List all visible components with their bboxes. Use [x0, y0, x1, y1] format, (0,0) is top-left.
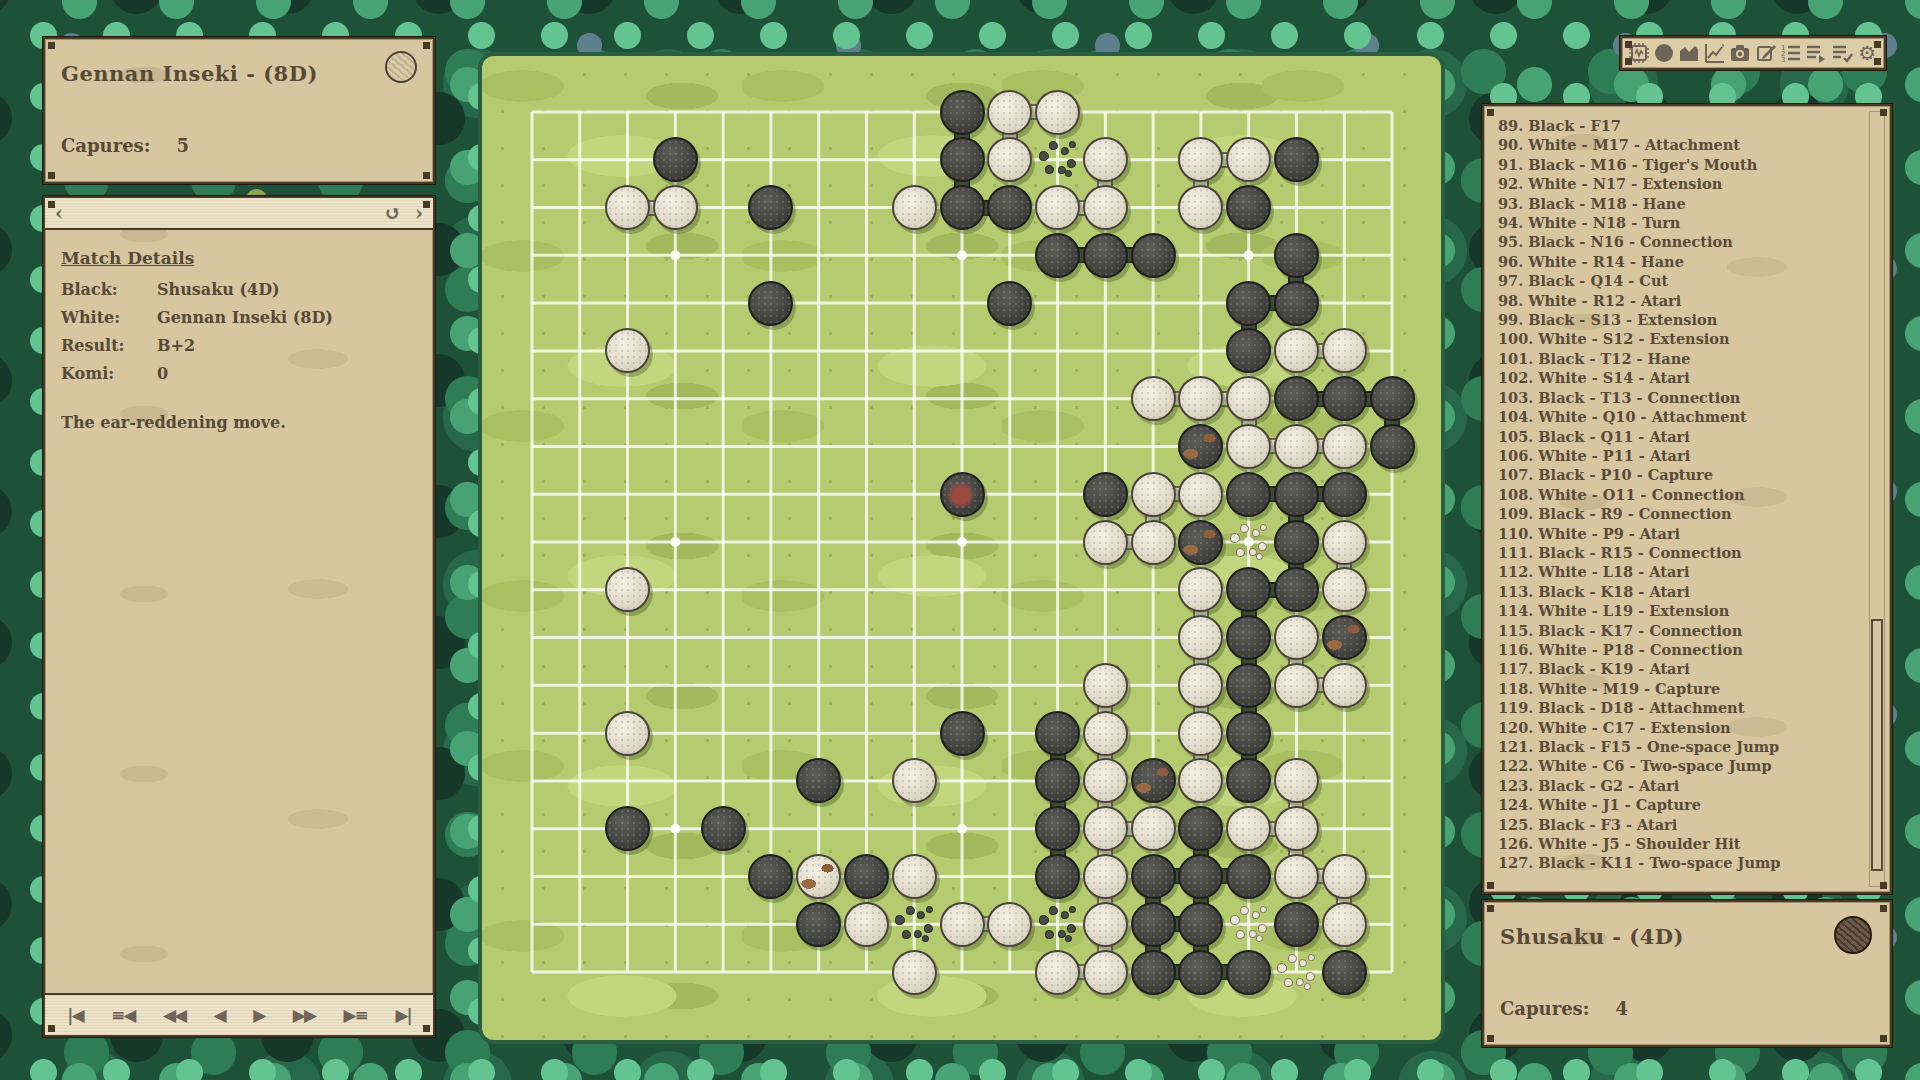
white-stone-P6 [1178, 711, 1223, 756]
white-stone-J3 [892, 854, 937, 899]
move-row[interactable]: 89. Black - F17 [1498, 116, 1856, 135]
panel-corner-mark [1880, 109, 1887, 116]
black-stone-P1 [1178, 950, 1223, 995]
star-point [957, 250, 967, 260]
black-player-panel: Shusaku - (4D) Capures:4 [1482, 900, 1892, 1047]
black-stone-R9 [1274, 567, 1319, 612]
panel-corner-mark [48, 42, 55, 49]
white-stone-N6 [1083, 711, 1128, 756]
black-stone-S13 [1322, 376, 1367, 421]
last-move-button[interactable]: ▶| [395, 1005, 410, 1025]
move-row[interactable]: 96. White - R14 - Hane [1498, 252, 1856, 271]
detail-value: 0 [157, 364, 168, 383]
move-list-panel: 89. Black - F1790. White - M17 - Attachm… [1482, 104, 1892, 894]
back-one-button[interactable]: ◀ [214, 1005, 225, 1025]
move-row[interactable]: 115. Black - K17 - Connection [1498, 621, 1856, 640]
white-stone-O11 [1131, 472, 1176, 517]
white-stone-S3 [1322, 854, 1367, 899]
black-stone-Q17 [1226, 185, 1271, 230]
atari-patch [1180, 426, 1221, 467]
detail-label: Result: [61, 336, 157, 355]
black-stone-P10 [1178, 520, 1223, 565]
black-stone-K19 [940, 90, 985, 135]
detail-value: Gennan Inseki (8D) [157, 308, 333, 327]
panel-corner-mark [423, 1025, 430, 1032]
white-stone-S9 [1322, 567, 1367, 612]
white-stone-K2 [940, 902, 985, 947]
black-stone-R13 [1274, 376, 1319, 421]
white-stone-O13 [1131, 376, 1176, 421]
black-stone-D18 [653, 137, 698, 182]
move-row[interactable]: 94. White - N18 - Turn [1498, 213, 1856, 232]
move-row[interactable]: 110. White - P9 - Atari [1498, 524, 1856, 543]
move-row[interactable]: 111. Black - R15 - Connection [1498, 543, 1856, 562]
move-row[interactable]: 121. Black - F15 - One-space Jump [1498, 737, 1856, 756]
move-row[interactable]: 101. Black - T12 - Hane [1498, 349, 1856, 368]
move-row[interactable]: 123. Black - G2 - Atari [1498, 776, 1856, 795]
black-captures-label: Capures: [1500, 998, 1589, 1019]
atari-patch [1180, 522, 1221, 563]
collapse-right-icon[interactable]: › [415, 203, 423, 223]
detail-label: Black: [61, 280, 157, 299]
panel-corner-mark [423, 172, 430, 179]
panel-corner-mark [48, 172, 55, 179]
match-detail-row: White:Gennan Inseki (8D) [61, 308, 417, 327]
black-stone-T12 [1370, 424, 1415, 469]
black-stone-P2 [1178, 902, 1223, 947]
panel-corner-mark [48, 1025, 55, 1032]
last-move-red-mark [942, 474, 983, 515]
move-row[interactable]: 119. Black - D18 - Attachment [1498, 698, 1856, 717]
move-list-icon[interactable] [1804, 41, 1828, 65]
white-captures-label: Capures: [61, 135, 150, 156]
white-stone-J1 [892, 950, 937, 995]
move-navigation-bar: |◀≡◀◀◀◀▶▶▶▶≡▶| [45, 993, 433, 1035]
move-row[interactable]: 99. Black - S13 - Extension [1498, 310, 1856, 329]
white-stone-L2 [987, 902, 1032, 947]
panel-corner-mark [48, 201, 55, 208]
white-stone-O10 [1131, 520, 1176, 565]
black-stone-M16 [1035, 233, 1080, 278]
move-row[interactable]: 91. Black - M16 - Tiger's Mouth [1498, 155, 1856, 174]
white-stone-N17 [1083, 185, 1128, 230]
black-stone-Q7 [1226, 663, 1271, 708]
white-stone-H2 [844, 902, 889, 947]
next-comment-button[interactable]: ▶≡ [344, 1005, 367, 1025]
area-chart-icon[interactable] [1677, 41, 1701, 65]
move-row[interactable]: 97. Black - Q14 - Cut [1498, 271, 1856, 290]
black-stone-S11 [1322, 472, 1367, 517]
atari-patch [798, 856, 839, 897]
black-stone-Q8 [1226, 615, 1271, 660]
move-row[interactable]: 92. White - N17 - Extension [1498, 174, 1856, 193]
white-captures-value: 5 [176, 135, 189, 156]
panel-corner-mark [1625, 58, 1632, 65]
go-game-app: Gennan Inseki - (8D) Capures:5 ‹ ↺ › Mat… [0, 0, 1920, 1080]
black-stone-R10 [1274, 520, 1319, 565]
black-captures: Capures:4 [1500, 998, 1628, 1019]
black-stone-G2 [796, 902, 841, 947]
black-stone-T13 [1370, 376, 1415, 421]
black-stone-N11 [1083, 472, 1128, 517]
white-stone-M19 [1035, 90, 1080, 135]
white-stone-J17 [892, 185, 937, 230]
move-row[interactable]: 112. White - L18 - Atari [1498, 562, 1856, 581]
panel-header-strip: ‹ ↺ › [45, 198, 433, 230]
black-stone-C4 [605, 806, 650, 851]
white-stone-R7 [1274, 663, 1319, 708]
move-row[interactable]: 126. White - J5 - Shoulder Hit [1498, 834, 1856, 853]
numbered-list-icon[interactable]: 123 [1779, 41, 1803, 65]
white-stone-N3 [1083, 854, 1128, 899]
black-stone-O3 [1131, 854, 1176, 899]
camera-icon[interactable] [1728, 41, 1752, 65]
white-stone-N4 [1083, 806, 1128, 851]
move-row[interactable]: 109. Black - R9 - Connection [1498, 504, 1856, 523]
stone-icon[interactable] [1652, 41, 1676, 65]
star-point [957, 537, 967, 547]
black-stone-R2 [1274, 902, 1319, 947]
black-stone-F15 [748, 281, 793, 326]
panel-corner-mark [1880, 905, 1887, 912]
move-row[interactable]: 103. Black - T13 - Connection [1498, 388, 1856, 407]
panel-corner-mark [1487, 882, 1494, 889]
white-stone-N5 [1083, 758, 1128, 803]
white-stone-M17 [1035, 185, 1080, 230]
panel-corner-mark [1880, 1035, 1887, 1042]
white-stone-P7 [1178, 663, 1223, 708]
detail-value: Shusaku (4D) [157, 280, 280, 299]
black-stone-R11 [1274, 472, 1319, 517]
match-details-content: Match Details Black:Shusaku (4D)White:Ge… [45, 230, 433, 993]
black-captures-value: 4 [1615, 998, 1628, 1019]
white-stone-R8 [1274, 615, 1319, 660]
panel-corner-mark [1880, 882, 1887, 889]
white-stone-N10 [1083, 520, 1128, 565]
white-stone-P11 [1178, 472, 1223, 517]
white-captures: Capures:5 [61, 135, 189, 156]
panel-corner-mark [1874, 58, 1881, 65]
move-row[interactable]: 113. Black - K18 - Atari [1498, 582, 1856, 601]
match-details-title: Match Details [61, 248, 417, 268]
white-stone-S14 [1322, 328, 1367, 373]
black-stone-R16 [1274, 233, 1319, 278]
move-row[interactable]: 95. Black - N16 - Connection [1498, 232, 1856, 251]
white-stone-O4 [1131, 806, 1176, 851]
line-chart-icon[interactable] [1703, 41, 1727, 65]
panel-corner-mark [1487, 905, 1494, 912]
match-details-rows: Black:Shusaku (4D)White:Gennan Inseki (8… [61, 280, 417, 383]
white-stone-C6 [605, 711, 650, 756]
move-row[interactable]: 102. White - S14 - Atari [1498, 368, 1856, 387]
match-detail-row: Komi:0 [61, 364, 417, 383]
white-stone-Q12 [1226, 424, 1271, 469]
white-stone-N1 [1083, 950, 1128, 995]
match-detail-row: Result:B+2 [61, 336, 417, 355]
move-row[interactable]: 90. White - M17 - Attachment [1498, 135, 1856, 154]
move-row[interactable]: 107. Black - P10 - Capture [1498, 465, 1856, 484]
black-stone-Q6 [1226, 711, 1271, 756]
white-player-name: Gennan Inseki - (8D) [61, 61, 318, 86]
white-player-panel: Gennan Inseki - (8D) Capures:5 [43, 37, 435, 184]
detail-label: White: [61, 308, 157, 327]
panel-corner-mark [423, 201, 430, 208]
black-stone-R15 [1274, 281, 1319, 326]
star-point [1244, 537, 1254, 547]
white-stone-G3 [796, 854, 841, 899]
prev-comment-button[interactable]: ≡◀ [111, 1005, 134, 1025]
panel-corner-mark [1874, 41, 1881, 48]
move-row[interactable]: 124. White - J1 - Capture [1498, 795, 1856, 814]
black-stone-Q15 [1226, 281, 1271, 326]
move-list: 89. Black - F1790. White - M17 - Attachm… [1498, 116, 1856, 873]
move-row[interactable]: 127. Black - K11 - Two-space Jump [1498, 853, 1856, 872]
checklist-icon[interactable] [1830, 41, 1854, 65]
move-row[interactable]: 118. White - M19 - Capture [1498, 679, 1856, 698]
move-row[interactable]: 125. Black - F3 - Atari [1498, 815, 1856, 834]
black-stone-N16 [1083, 233, 1128, 278]
panel-corner-mark [1625, 41, 1632, 48]
black-stone-K17 [940, 185, 985, 230]
black-stone-Q1 [1226, 950, 1271, 995]
white-stone-C17 [605, 185, 650, 230]
star-point [670, 824, 680, 834]
collapse-left-icon[interactable]: ‹ [55, 203, 63, 223]
first-move-button[interactable]: |◀ [67, 1005, 82, 1025]
detail-value: B+2 [157, 336, 195, 355]
panel-corner-mark [1487, 109, 1494, 116]
white-stone-S7 [1322, 663, 1367, 708]
svg-text:3: 3 [1781, 56, 1785, 64]
move-row[interactable]: 98. White - R12 - Atari [1498, 291, 1856, 310]
star-point [670, 250, 680, 260]
move-row[interactable]: 105. Black - Q11 - Atari [1498, 427, 1856, 446]
detail-label: Komi: [61, 364, 157, 383]
white-stone-S10 [1322, 520, 1367, 565]
white-stone-M1 [1035, 950, 1080, 995]
black-stone-K6 [940, 711, 985, 756]
black-stone-L15 [987, 281, 1032, 326]
move-list-scrollbar[interactable] [1869, 111, 1885, 887]
move-row[interactable]: 108. White - O11 - Connection [1498, 485, 1856, 504]
black-stone-O16 [1131, 233, 1176, 278]
undo-icon[interactable]: ↺ [384, 203, 401, 223]
white-stone-R12 [1274, 424, 1319, 469]
black-stone-icon [1834, 916, 1872, 954]
white-stone-R3 [1274, 854, 1319, 899]
black-stone-M4 [1035, 806, 1080, 851]
black-stone-H3 [844, 854, 889, 899]
star-point [957, 824, 967, 834]
white-stone-L19 [987, 90, 1032, 135]
white-stone-icon [385, 51, 417, 83]
move-row[interactable]: 122. White - C6 - Two-space Jump [1498, 756, 1856, 775]
white-stone-N18 [1083, 137, 1128, 182]
white-stone-D17 [653, 185, 698, 230]
back-ten-button[interactable]: ◀◀ [163, 1005, 185, 1025]
black-stone-E4 [701, 806, 746, 851]
panel-corner-mark [1487, 1035, 1494, 1042]
black-player-name: Shusaku - (4D) [1500, 924, 1684, 949]
atari-patch [1324, 617, 1365, 658]
white-stone-S12 [1322, 424, 1367, 469]
move-comment: The ear-reddening move. [61, 413, 417, 432]
black-stone-O5 [1131, 758, 1176, 803]
forward-ten-button[interactable]: ▶▶ [293, 1005, 315, 1025]
move-row[interactable]: 120. White - C17 - Extension [1498, 718, 1856, 737]
move-row[interactable]: 100. White - S12 - Extension [1498, 329, 1856, 348]
black-stone-O1 [1131, 950, 1176, 995]
edit-annotate-icon[interactable] [1754, 41, 1778, 65]
black-stone-M6 [1035, 711, 1080, 756]
star-point [1244, 250, 1254, 260]
atari-patch [1133, 760, 1174, 801]
go-board[interactable] [478, 52, 1445, 1044]
top-toolbar: 123⚙ [1620, 36, 1886, 70]
white-stone-S2 [1322, 902, 1367, 947]
match-detail-row: Black:Shusaku (4D) [61, 280, 417, 299]
move-row[interactable]: 106. White - P11 - Atari [1498, 446, 1856, 465]
black-stone-S1 [1322, 950, 1367, 995]
white-stone-R4 [1274, 806, 1319, 851]
white-stone-J5 [892, 758, 937, 803]
black-stone-O2 [1131, 902, 1176, 947]
match-details-panel: ‹ ↺ › Match Details Black:Shusaku (4D)Wh… [43, 196, 435, 1037]
black-stone-K18 [940, 137, 985, 182]
white-stone-N7 [1083, 663, 1128, 708]
move-row[interactable]: 117. Black - K19 - Atari [1498, 659, 1856, 678]
black-stone-R18 [1274, 137, 1319, 182]
panel-corner-mark [423, 42, 430, 49]
scrollbar-thumb[interactable] [1871, 619, 1883, 871]
move-row[interactable]: 114. White - L19 - Extension [1498, 601, 1856, 620]
forward-one-button[interactable]: ▶ [253, 1005, 264, 1025]
black-stone-Q3 [1226, 854, 1271, 899]
white-stone-N2 [1083, 902, 1128, 947]
black-stone-Q11 [1226, 472, 1271, 517]
black-stone-M3 [1035, 854, 1080, 899]
move-row[interactable]: 93. Black - M18 - Hane [1498, 194, 1856, 213]
black-stone-S8 [1322, 615, 1367, 660]
black-stone-K11 [940, 472, 985, 517]
move-row[interactable]: 116. White - P18 - Connection [1498, 640, 1856, 659]
star-point [670, 537, 680, 547]
move-row[interactable]: 104. White - Q10 - Attachment [1498, 407, 1856, 426]
